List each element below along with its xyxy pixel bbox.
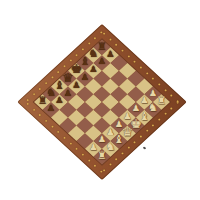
brass-stud-icon	[51, 125, 54, 128]
brass-stud-icon	[88, 159, 91, 162]
brass-stud-icon	[152, 124, 155, 127]
brass-stud-icon	[45, 120, 48, 123]
brass-stud-icon	[88, 42, 91, 45]
brass-stud-icon	[152, 77, 155, 80]
brass-stud-icon	[139, 66, 142, 69]
brass-stud-icon	[26, 103, 29, 106]
brass-stud-icon	[121, 49, 124, 52]
brass-stud-icon	[133, 61, 136, 64]
brass-stud-icon	[94, 37, 97, 40]
brass-stud-icon	[115, 158, 118, 161]
brass-stud-icon	[100, 170, 103, 173]
brass-stud-icon	[81, 48, 84, 51]
brass-stud-icon	[127, 55, 130, 58]
brass-stud-icon	[115, 44, 118, 47]
white-rook[interactable]: ♜	[155, 95, 167, 106]
brass-stud-icon	[109, 163, 112, 166]
brass-stud-icon	[158, 83, 161, 86]
brass-stud-icon	[26, 99, 29, 102]
brass-stud-icon	[170, 94, 173, 97]
brass-stud-icon	[81, 153, 84, 156]
brass-stud-icon	[133, 141, 136, 144]
brass-stud-icon	[164, 89, 167, 92]
brass-stud-icon	[127, 146, 130, 149]
brass-stud-icon	[39, 87, 42, 90]
brass-stud-icon	[57, 71, 60, 74]
brass-stud-icon	[39, 114, 42, 117]
brass-stud-icon	[32, 93, 35, 96]
brass-stud-icon	[164, 113, 167, 116]
brass-stud-icon	[45, 82, 48, 85]
dust-speck	[143, 146, 147, 149]
brass-stud-icon	[146, 130, 149, 133]
brass-stud-icon	[75, 148, 78, 151]
chess-board: ♜♞♝♛♚♝♞♜♟♟♟♟♟♟♟♟♟♟♟♟♟♟♟♟♜♞♝♛♚♝♞♜	[17, 24, 187, 180]
brass-stud-icon	[109, 38, 112, 41]
brass-stud-icon	[139, 135, 142, 138]
brass-stud-icon	[32, 108, 35, 111]
brass-stud-icon	[103, 169, 106, 172]
board-squares-grid: ♜♞♝♛♚♝♞♜♟♟♟♟♟♟♟♟♟♟♟♟♟♟♟♟♜♞♝♛♚♝♞♜	[33, 38, 172, 166]
brass-stud-icon	[103, 32, 106, 35]
brass-stud-icon	[57, 131, 60, 134]
brass-stud-icon	[146, 72, 149, 75]
brass-stud-icon	[75, 54, 78, 57]
brass-stud-icon	[69, 142, 72, 145]
brass-stud-icon	[94, 165, 97, 168]
brass-stud-icon	[63, 136, 66, 139]
brass-stud-icon	[51, 76, 54, 79]
brass-stud-icon	[170, 107, 173, 110]
brass-stud-icon	[63, 65, 66, 68]
brass-stud-icon	[158, 118, 161, 121]
chess-set-photo: ♜♞♝♛♚♝♞♜♟♟♟♟♟♟♟♟♟♟♟♟♟♟♟♟♜♞♝♛♚♝♞♜	[0, 0, 200, 200]
brass-stud-icon	[121, 152, 124, 155]
